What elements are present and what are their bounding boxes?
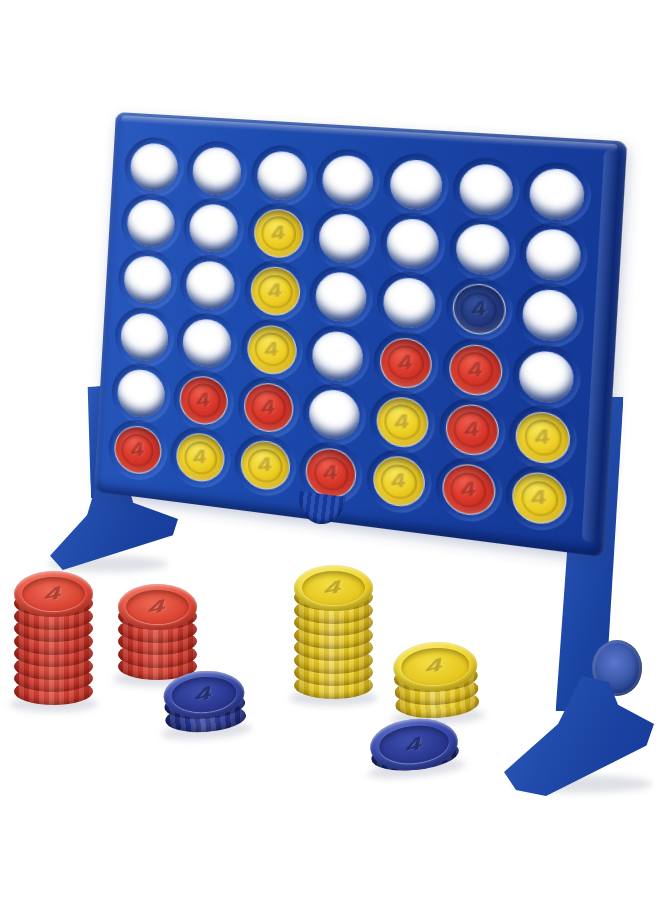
cell-c2r4[interactable] bbox=[174, 311, 241, 375]
embossed-4-mark: 4 bbox=[378, 341, 434, 385]
cell-c1r6[interactable]: 4 bbox=[105, 418, 171, 482]
blue-stack-pair: 4 bbox=[162, 668, 247, 735]
empty-hole bbox=[119, 311, 169, 363]
cell-c3r6[interactable]: 4 bbox=[231, 433, 300, 499]
cell-c6r3[interactable]: 4 bbox=[442, 276, 516, 342]
cell-c3r2[interactable]: 4 bbox=[244, 202, 313, 265]
embossed-4-mark: 4 bbox=[447, 348, 504, 392]
yellow-disc: 4 bbox=[512, 471, 567, 526]
hole: 4 bbox=[441, 462, 497, 519]
red-stack-short: 4 bbox=[118, 584, 197, 680]
yellow-disc: 4 bbox=[373, 455, 425, 508]
cell-c4r4[interactable] bbox=[303, 324, 373, 389]
cell-c7r3[interactable] bbox=[512, 282, 588, 349]
empty-hole bbox=[454, 222, 510, 276]
hole: 4 bbox=[253, 207, 305, 259]
hole: 4 bbox=[246, 323, 298, 376]
disc-recess: 4 bbox=[126, 590, 189, 624]
embossed-4-mark: 4 bbox=[112, 430, 163, 471]
hole: 4 bbox=[515, 409, 572, 466]
embossed-4-mark: 4 bbox=[510, 477, 569, 521]
empty-hole bbox=[123, 255, 173, 306]
embossed-4-mark: 4 bbox=[443, 408, 500, 452]
yellow-disc: 4 bbox=[254, 209, 304, 259]
empty-hole bbox=[389, 158, 443, 211]
cell-c1r1[interactable] bbox=[121, 137, 187, 198]
cell-c3r3[interactable]: 4 bbox=[241, 260, 310, 324]
empty-hole bbox=[185, 260, 236, 312]
cell-c2r1[interactable] bbox=[184, 140, 251, 202]
hole: 4 bbox=[451, 282, 507, 337]
embossed-4-mark: 4 bbox=[371, 460, 427, 503]
cell-c7r6[interactable]: 4 bbox=[502, 464, 577, 534]
cell-c5r3[interactable] bbox=[373, 271, 445, 336]
cell-c4r2[interactable] bbox=[310, 207, 380, 271]
cell-c6r4[interactable]: 4 bbox=[439, 336, 513, 403]
disc-recess: 4 bbox=[302, 571, 365, 605]
cell-c3r5[interactable]: 4 bbox=[234, 375, 303, 440]
empty-hole bbox=[126, 198, 176, 249]
yellow-disc-top: 4 bbox=[294, 565, 373, 611]
cell-c5r4[interactable]: 4 bbox=[370, 330, 442, 396]
red-disc: 4 bbox=[244, 382, 294, 433]
cell-c6r6[interactable]: 4 bbox=[432, 456, 506, 525]
empty-hole bbox=[192, 146, 243, 197]
hole: 4 bbox=[511, 470, 568, 527]
yellow-disc: 4 bbox=[176, 432, 225, 483]
empty-hole bbox=[525, 227, 582, 282]
board-frame: 444444444444444444 bbox=[94, 112, 627, 557]
hole: 4 bbox=[113, 424, 163, 477]
cell-c1r5[interactable] bbox=[108, 362, 174, 425]
embossed-4-mark: 4 bbox=[175, 437, 227, 478]
scene: 444444444444444444 444444 bbox=[0, 0, 660, 900]
red-disc-top: 4 bbox=[14, 571, 93, 617]
cell-c3r4[interactable]: 4 bbox=[238, 317, 307, 381]
empty-hole bbox=[518, 349, 575, 405]
embossed-4-mark: 4 bbox=[178, 379, 230, 421]
embossed-4-mark: 4 bbox=[304, 452, 358, 494]
embossed-4-mark: 4 bbox=[22, 578, 84, 610]
hole: 4 bbox=[179, 374, 230, 427]
connect4-board: 444444444444444444 bbox=[94, 112, 627, 557]
cell-c3r1[interactable] bbox=[248, 144, 317, 206]
cell-c1r4[interactable] bbox=[111, 306, 177, 369]
empty-hole bbox=[522, 288, 579, 344]
empty-hole bbox=[458, 162, 514, 216]
embossed-4-mark: 4 bbox=[249, 270, 302, 313]
hole: 4 bbox=[175, 431, 226, 485]
empty-hole bbox=[529, 167, 586, 221]
embossed-4-mark: 4 bbox=[375, 400, 431, 443]
empty-hole bbox=[312, 329, 365, 383]
yellow-disc: 4 bbox=[250, 266, 300, 317]
cell-c6r2[interactable] bbox=[446, 217, 520, 283]
yellow-disc: 4 bbox=[377, 396, 429, 449]
hole: 4 bbox=[444, 402, 500, 458]
embossed-4-mark: 4 bbox=[242, 386, 295, 428]
embossed-4-mark: 4 bbox=[514, 415, 573, 459]
cell-c4r1[interactable] bbox=[313, 149, 383, 212]
hole: 4 bbox=[239, 438, 291, 492]
embossed-4-mark: 4 bbox=[239, 444, 292, 486]
cell-c2r2[interactable] bbox=[180, 197, 247, 259]
empty-hole bbox=[382, 276, 436, 330]
hole: 4 bbox=[448, 342, 504, 397]
embossed-4-mark: 4 bbox=[402, 648, 468, 686]
cell-c5r1[interactable] bbox=[380, 153, 452, 217]
red-disc: 4 bbox=[180, 375, 229, 426]
cell-c1r2[interactable] bbox=[118, 193, 184, 255]
cell-c7r2[interactable] bbox=[516, 222, 592, 289]
empty-hole bbox=[129, 142, 179, 192]
yellow-stack-tall: 4 bbox=[294, 565, 373, 699]
empty-hole bbox=[386, 217, 440, 271]
cell-c2r3[interactable] bbox=[177, 254, 244, 317]
red-disc: 4 bbox=[442, 463, 495, 517]
embossed-4-mark: 4 bbox=[245, 328, 298, 371]
cell-c4r3[interactable] bbox=[306, 265, 376, 330]
empty-hole bbox=[318, 212, 371, 265]
cell-c5r5[interactable]: 4 bbox=[367, 389, 439, 456]
blue-disc: 4 bbox=[452, 283, 505, 336]
embossed-4-mark: 4 bbox=[126, 591, 188, 623]
yellow-disc: 4 bbox=[247, 324, 297, 375]
red-disc: 4 bbox=[445, 403, 498, 457]
cell-c7r1[interactable] bbox=[519, 161, 595, 227]
red-disc: 4 bbox=[449, 343, 502, 396]
board-grid: 444444444444444444 bbox=[105, 137, 595, 534]
hole: 4 bbox=[249, 265, 301, 318]
empty-hole bbox=[308, 388, 361, 442]
hole: 4 bbox=[243, 381, 295, 435]
disc-recess: 4 bbox=[401, 647, 470, 687]
blue-single: 4 bbox=[368, 715, 461, 775]
cell-c2r6[interactable]: 4 bbox=[167, 425, 234, 490]
hole: 4 bbox=[375, 395, 429, 450]
red-disc: 4 bbox=[114, 425, 161, 476]
yellow-disc: 4 bbox=[240, 440, 290, 492]
embossed-4-mark: 4 bbox=[440, 468, 497, 511]
empty-hole bbox=[256, 150, 308, 202]
red-disc: 4 bbox=[380, 337, 432, 389]
cell-c2r5[interactable]: 4 bbox=[171, 368, 238, 432]
disc-recess: 4 bbox=[170, 675, 237, 714]
red-disc-top: 4 bbox=[118, 584, 197, 630]
hole: 4 bbox=[379, 336, 433, 391]
embossed-4-mark: 4 bbox=[252, 212, 305, 255]
cell-c4r5[interactable] bbox=[300, 382, 370, 448]
cell-c6r1[interactable] bbox=[449, 157, 523, 222]
empty-hole bbox=[116, 367, 166, 419]
disc-recess: 4 bbox=[377, 722, 451, 767]
embossed-4-mark: 4 bbox=[172, 676, 236, 713]
cell-c6r5[interactable]: 4 bbox=[435, 396, 509, 464]
empty-hole bbox=[322, 154, 375, 206]
yellow-stack-short: 4 bbox=[392, 640, 480, 720]
disc-recess: 4 bbox=[22, 577, 85, 611]
cell-c5r2[interactable] bbox=[377, 212, 449, 277]
red-stack-tall: 4 bbox=[14, 571, 93, 705]
empty-hole bbox=[315, 271, 368, 324]
hole: 4 bbox=[372, 454, 426, 510]
embossed-4-mark: 4 bbox=[302, 572, 364, 604]
cell-c7r5[interactable]: 4 bbox=[505, 403, 581, 472]
cell-c5r6[interactable]: 4 bbox=[363, 448, 435, 516]
embossed-4-mark: 4 bbox=[379, 723, 449, 766]
cell-c7r4[interactable] bbox=[509, 343, 585, 411]
cell-c1r3[interactable] bbox=[115, 249, 181, 311]
yellow-disc: 4 bbox=[516, 411, 571, 465]
embossed-4-mark: 4 bbox=[450, 287, 507, 331]
empty-hole bbox=[182, 317, 233, 370]
empty-hole bbox=[189, 203, 240, 255]
